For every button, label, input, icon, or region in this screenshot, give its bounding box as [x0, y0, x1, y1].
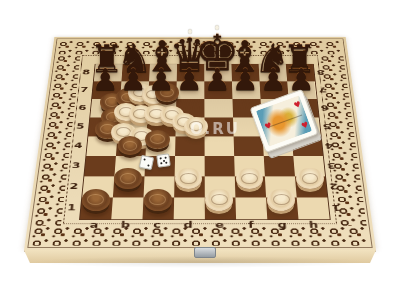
die-2-showing-5[interactable]: [156, 153, 171, 168]
file-label-bottom-c: c: [141, 219, 173, 230]
king-of-hearts-artwork: ♥♥♥: [256, 95, 312, 146]
square-e6[interactable]: [204, 99, 233, 117]
chess-pawn-a7[interactable]: ♟: [92, 65, 119, 95]
die-pip: [148, 164, 150, 166]
checker-dark-b2[interactable]: [114, 168, 141, 189]
checker-light-g1[interactable]: [267, 189, 295, 210]
chess-pawn-f7[interactable]: ♟: [232, 65, 259, 95]
rank-label-right-1: 1: [327, 197, 345, 219]
heart-suit-icon: ♥: [293, 100, 302, 110]
rank-label-left-1: 1: [63, 197, 81, 219]
king-finial: [215, 25, 219, 30]
die-pip: [159, 157, 161, 159]
file-label-bottom-g: g: [266, 219, 298, 230]
file-label-bottom-d: d: [172, 219, 203, 230]
rank-label-right-3: 3: [323, 155, 340, 175]
chess-pawn-c7[interactable]: ♟: [148, 65, 175, 95]
die-pip: [160, 163, 162, 165]
rank-label-left-5: 5: [72, 117, 88, 136]
square-d1[interactable]: [174, 197, 205, 219]
checker-dark-a1[interactable]: [82, 189, 110, 210]
photo-watermark: O.RU: [190, 120, 240, 138]
rank-label-left-7: 7: [76, 81, 92, 99]
product-photo: aabbccddeeffgghh1122334455667788 ♜♞♝♛♚♝♞…: [0, 0, 400, 300]
square-b1[interactable]: [111, 197, 143, 219]
queen-finial: [188, 29, 192, 34]
file-label-bottom-e: e: [204, 219, 236, 230]
square-e4[interactable]: [205, 136, 235, 156]
checker-light-e1[interactable]: [205, 189, 233, 210]
rank-label-right-5: 5: [319, 117, 336, 136]
pile-checker-16-dark[interactable]: [145, 130, 170, 149]
rank-label-left-6: 6: [74, 99, 90, 117]
file-label-bottom-f: f: [235, 219, 267, 230]
square-a4[interactable]: [86, 136, 117, 156]
chess-pawn-e7[interactable]: ♟: [204, 65, 231, 95]
chess-pawn-b7[interactable]: ♟: [120, 65, 147, 95]
square-g3[interactable]: [264, 156, 295, 176]
die-pip: [162, 160, 164, 162]
heart-suit-icon: ♥: [301, 121, 310, 131]
square-f1[interactable]: [235, 197, 267, 219]
rank-label-right-7: 7: [315, 81, 331, 99]
square-h1[interactable]: [297, 197, 330, 219]
rank-label-right-4: 4: [321, 136, 338, 156]
heart-suit-icon: ♥: [264, 122, 273, 132]
checker-light-h2[interactable]: [296, 168, 323, 189]
square-d4[interactable]: [175, 136, 205, 156]
rank-label-left-3: 3: [67, 155, 84, 175]
square-e3[interactable]: [205, 156, 235, 176]
die-pip: [164, 157, 166, 159]
file-label-bottom-b: b: [110, 219, 142, 230]
chess-pawn-d7[interactable]: ♟: [176, 65, 203, 95]
rank-label-left-2: 2: [65, 176, 82, 197]
die-pip: [165, 162, 167, 164]
rank-label-left-4: 4: [70, 136, 87, 156]
file-label-bottom-h: h: [298, 219, 330, 230]
rank-label-right-2: 2: [325, 176, 343, 197]
square-a3[interactable]: [84, 156, 116, 176]
file-label-bottom-a: a: [78, 219, 110, 230]
checker-dark-c1[interactable]: [144, 189, 172, 210]
square-f4[interactable]: [234, 136, 264, 156]
rank-label-right-6: 6: [317, 99, 333, 117]
metal-clasp[interactable]: [194, 247, 216, 258]
chess-pawn-g7[interactable]: ♟: [260, 65, 287, 95]
die-pip: [144, 159, 146, 161]
checker-light-f2[interactable]: [236, 168, 263, 189]
